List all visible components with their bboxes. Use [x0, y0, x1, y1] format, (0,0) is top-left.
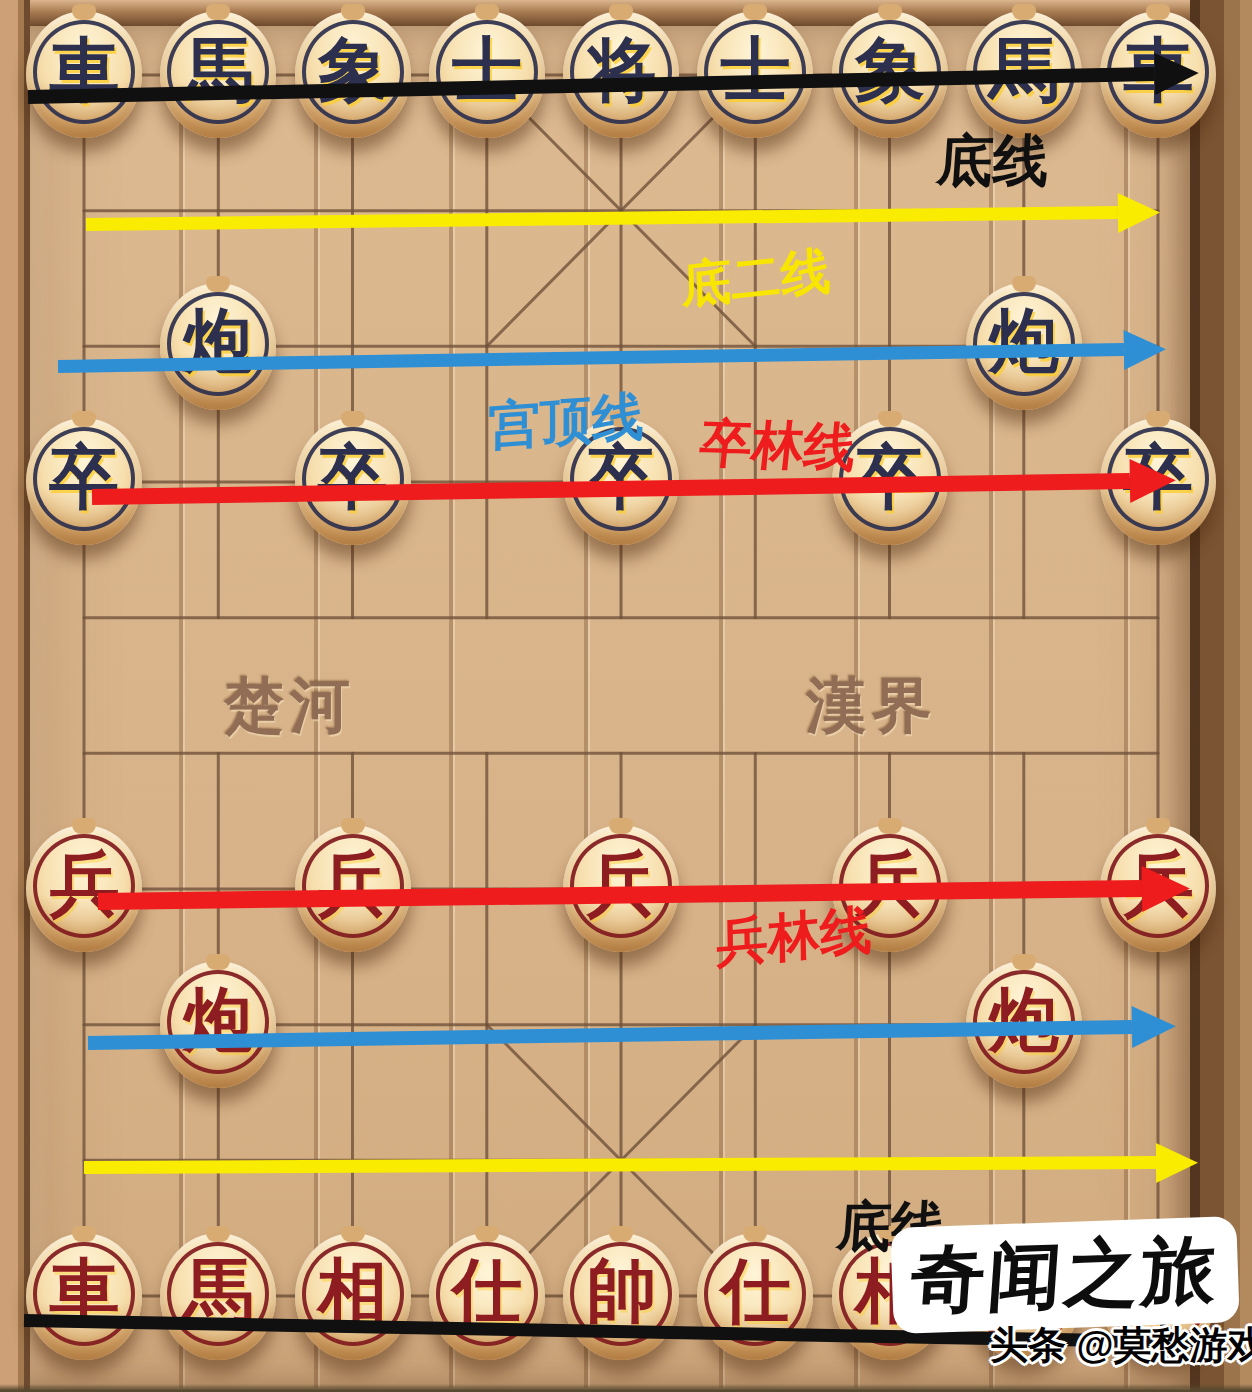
piece-character: 卒 [26, 418, 142, 535]
piece-character: 炮 [160, 283, 276, 400]
piece-black-将[interactable]: 将 [563, 11, 679, 138]
piece-black-車[interactable]: 車 [26, 11, 142, 138]
watermark-credit: 头条 @莫愁游戏 [990, 1326, 1252, 1364]
piece-red-車[interactable]: 車 [26, 1233, 142, 1360]
line-label-rank3-palace-top-line: 宫顶线 [488, 389, 644, 452]
arrow-head [1118, 192, 1160, 232]
arrow-head [1156, 1142, 1198, 1182]
line-label-rank1-bottom-line: 底线 [935, 133, 1051, 189]
xiangqi-board-screenshot: 楚河 漢界 車馬象士将士象馬車炮炮卒卒卒卒卒兵兵兵兵兵炮炮車馬相仕帥仕相馬車 底… [0, 0, 1252, 1392]
piece-character: 車 [26, 11, 142, 128]
watermark-badge: 奇闻之旅 [890, 1216, 1239, 1334]
piece-red-炮[interactable]: 炮 [160, 961, 276, 1088]
piece-red-兵[interactable]: 兵 [26, 825, 142, 952]
arrow-head [1130, 458, 1177, 503]
piece-character: 士 [429, 11, 545, 128]
piece-character: 卒 [295, 418, 411, 535]
piece-character: 車 [26, 1233, 142, 1350]
piece-red-馬[interactable]: 馬 [160, 1233, 276, 1360]
arrow-head [1132, 1005, 1177, 1048]
piece-black-卒[interactable]: 卒 [295, 418, 411, 545]
watermark-title: 奇闻之旅 [908, 1233, 1221, 1318]
piece-character: 象 [295, 11, 411, 128]
piece-character: 兵 [26, 825, 142, 942]
piece-character: 馬 [160, 1233, 276, 1350]
piece-red-帥[interactable]: 帥 [563, 1233, 679, 1360]
piece-character: 炮 [966, 961, 1082, 1078]
piece-character: 兵 [563, 825, 679, 942]
piece-character: 炮 [966, 283, 1082, 400]
piece-red-仕[interactable]: 仕 [429, 1233, 545, 1360]
line-label-rank4-black-pawn-line: 卒林线 [697, 416, 858, 473]
piece-character: 兵 [295, 825, 411, 942]
piece-character: 象 [832, 11, 948, 128]
piece-character: 士 [697, 11, 813, 128]
piece-black-士[interactable]: 士 [429, 11, 545, 138]
line-label-rank7-red-pawn-line: 兵林线 [716, 903, 872, 969]
piece-black-象[interactable]: 象 [295, 11, 411, 138]
piece-black-卒[interactable]: 卒 [26, 418, 142, 545]
arrow-head [1142, 864, 1191, 911]
piece-black-炮[interactable]: 炮 [160, 283, 276, 410]
piece-black-馬[interactable]: 馬 [160, 11, 276, 138]
arrow-head [1155, 52, 1200, 95]
piece-character: 炮 [160, 961, 276, 1078]
arrow-head [1124, 328, 1167, 369]
piece-red-相[interactable]: 相 [295, 1233, 411, 1360]
piece-character: 馬 [160, 11, 276, 128]
piece-character: 将 [563, 11, 679, 128]
